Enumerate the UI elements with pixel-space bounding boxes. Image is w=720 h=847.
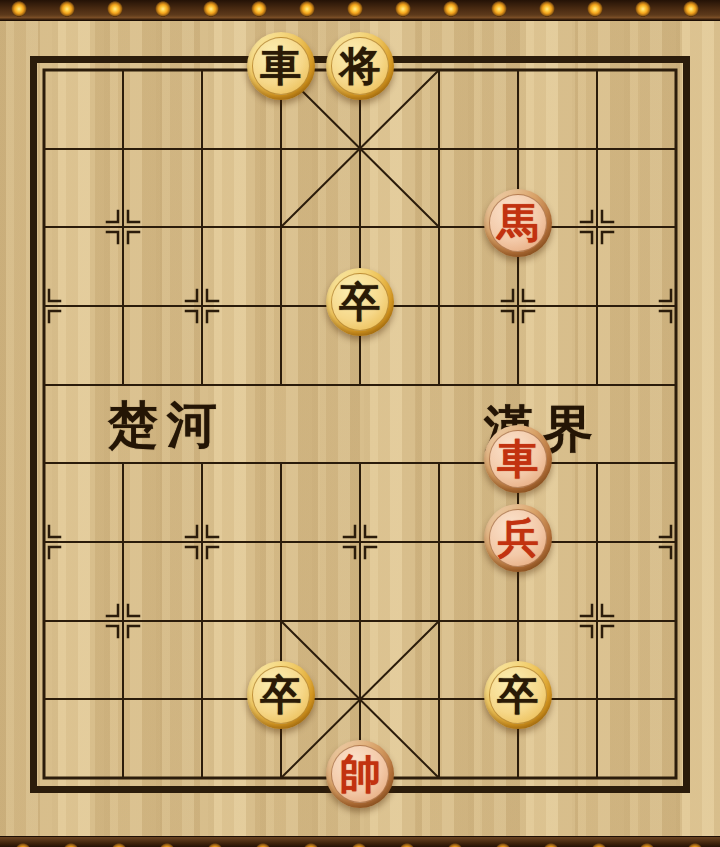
piece-black-general[interactable]: 将 xyxy=(326,32,394,100)
piece-red-horse[interactable]: 馬 xyxy=(484,189,552,257)
river-label-chu-river: 楚河 xyxy=(108,392,226,459)
piece-character: 車 xyxy=(498,439,539,480)
piece-red-soldier[interactable]: 兵 xyxy=(484,504,552,572)
piece-red-general[interactable]: 帥 xyxy=(326,740,394,808)
piece-character: 卒 xyxy=(340,282,381,323)
piece-character: 卒 xyxy=(261,675,302,716)
piece-black-soldier-a[interactable]: 卒 xyxy=(326,268,394,336)
piece-character: 兵 xyxy=(498,518,539,559)
piece-character: 帥 xyxy=(340,754,381,795)
piece-character: 車 xyxy=(261,46,302,87)
piece-character: 卒 xyxy=(498,675,539,716)
piece-black-soldier-c[interactable]: 卒 xyxy=(484,661,552,729)
xiangqi-game-screen: 楚河 漢界 車将馬卒車兵卒卒帥 xyxy=(0,0,720,847)
piece-red-chariot[interactable]: 車 xyxy=(484,425,552,493)
piece-character: 将 xyxy=(340,46,381,87)
piece-black-soldier-b[interactable]: 卒 xyxy=(247,661,315,729)
piece-black-chariot[interactable]: 車 xyxy=(247,32,315,100)
piece-character: 馬 xyxy=(498,203,539,244)
